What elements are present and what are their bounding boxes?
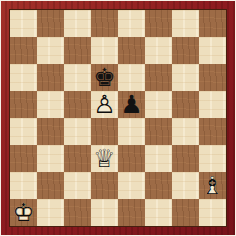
square-a4[interactable] bbox=[10, 118, 37, 145]
square-b3[interactable] bbox=[37, 145, 64, 172]
square-b2[interactable] bbox=[37, 172, 64, 199]
piece-outline: ♗ bbox=[199, 172, 226, 199]
square-h6[interactable] bbox=[199, 64, 226, 91]
square-a8[interactable] bbox=[10, 10, 37, 37]
black-king-d6[interactable]: ♚ bbox=[91, 64, 118, 91]
white-bishop-h2[interactable]: ♝♗ bbox=[199, 172, 226, 199]
square-h2[interactable]: ♝♗ bbox=[199, 172, 226, 199]
square-h8[interactable] bbox=[199, 10, 226, 37]
square-g4[interactable] bbox=[172, 118, 199, 145]
piece-body: ♚ bbox=[91, 64, 118, 91]
square-e1[interactable] bbox=[118, 199, 145, 226]
square-e8[interactable] bbox=[118, 10, 145, 37]
square-f5[interactable] bbox=[145, 91, 172, 118]
square-f3[interactable] bbox=[145, 145, 172, 172]
square-d7[interactable] bbox=[91, 37, 118, 64]
square-f1[interactable] bbox=[145, 199, 172, 226]
square-b8[interactable] bbox=[37, 10, 64, 37]
square-d4[interactable] bbox=[91, 118, 118, 145]
square-a3[interactable] bbox=[10, 145, 37, 172]
square-c3[interactable] bbox=[64, 145, 91, 172]
square-c2[interactable] bbox=[64, 172, 91, 199]
black-pawn-e5[interactable]: ♟ bbox=[118, 91, 145, 118]
square-e2[interactable] bbox=[118, 172, 145, 199]
piece-outline: ♔ bbox=[10, 199, 37, 226]
square-h1[interactable] bbox=[199, 199, 226, 226]
square-f7[interactable] bbox=[145, 37, 172, 64]
square-g8[interactable] bbox=[172, 10, 199, 37]
square-g5[interactable] bbox=[172, 91, 199, 118]
square-e7[interactable] bbox=[118, 37, 145, 64]
square-c6[interactable] bbox=[64, 64, 91, 91]
piece-outline: ♕ bbox=[91, 145, 118, 172]
square-a2[interactable] bbox=[10, 172, 37, 199]
chess-board: ♚♟♙♟♛♕♝♗♚♔ bbox=[9, 9, 227, 227]
square-h5[interactable] bbox=[199, 91, 226, 118]
square-h4[interactable] bbox=[199, 118, 226, 145]
square-d6[interactable]: ♚ bbox=[91, 64, 118, 91]
white-pawn-d5[interactable]: ♟♙ bbox=[91, 91, 118, 118]
white-king-a1[interactable]: ♚♔ bbox=[10, 199, 37, 226]
square-f6[interactable] bbox=[145, 64, 172, 91]
piece-body: ♟ bbox=[118, 91, 145, 118]
square-e5[interactable]: ♟ bbox=[118, 91, 145, 118]
square-c8[interactable] bbox=[64, 10, 91, 37]
square-e4[interactable] bbox=[118, 118, 145, 145]
square-f2[interactable] bbox=[145, 172, 172, 199]
square-c5[interactable] bbox=[64, 91, 91, 118]
square-b1[interactable] bbox=[37, 199, 64, 226]
square-d2[interactable] bbox=[91, 172, 118, 199]
square-c7[interactable] bbox=[64, 37, 91, 64]
square-d3[interactable]: ♛♕ bbox=[91, 145, 118, 172]
white-queen-d3[interactable]: ♛♕ bbox=[91, 145, 118, 172]
square-b6[interactable] bbox=[37, 64, 64, 91]
piece-outline: ♙ bbox=[91, 91, 118, 118]
square-c1[interactable] bbox=[64, 199, 91, 226]
square-d8[interactable] bbox=[91, 10, 118, 37]
square-a7[interactable] bbox=[10, 37, 37, 64]
square-h3[interactable] bbox=[199, 145, 226, 172]
square-e6[interactable] bbox=[118, 64, 145, 91]
square-c4[interactable] bbox=[64, 118, 91, 145]
square-b4[interactable] bbox=[37, 118, 64, 145]
square-g1[interactable] bbox=[172, 199, 199, 226]
square-g3[interactable] bbox=[172, 145, 199, 172]
square-e3[interactable] bbox=[118, 145, 145, 172]
square-b7[interactable] bbox=[37, 37, 64, 64]
board-frame: ♚♟♙♟♛♕♝♗♚♔ bbox=[0, 0, 236, 236]
square-a1[interactable]: ♚♔ bbox=[10, 199, 37, 226]
square-g2[interactable] bbox=[172, 172, 199, 199]
square-d5[interactable]: ♟♙ bbox=[91, 91, 118, 118]
square-d1[interactable] bbox=[91, 199, 118, 226]
square-h7[interactable] bbox=[199, 37, 226, 64]
square-a6[interactable] bbox=[10, 64, 37, 91]
square-g7[interactable] bbox=[172, 37, 199, 64]
square-f8[interactable] bbox=[145, 10, 172, 37]
square-b5[interactable] bbox=[37, 91, 64, 118]
square-g6[interactable] bbox=[172, 64, 199, 91]
square-a5[interactable] bbox=[10, 91, 37, 118]
square-f4[interactable] bbox=[145, 118, 172, 145]
